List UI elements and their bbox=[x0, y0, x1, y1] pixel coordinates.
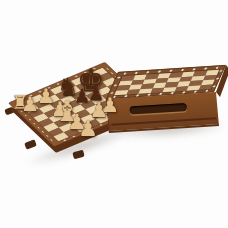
board-foot bbox=[72, 150, 85, 160]
handle-groove bbox=[129, 103, 187, 115]
closed-box-front bbox=[106, 92, 219, 133]
board-foot bbox=[24, 139, 37, 149]
chess-set-product-photo: ♜♟♟♟♝♟♟♟♟♞♟♚♟ bbox=[0, 0, 228, 228]
box-fold-seam bbox=[111, 117, 216, 125]
